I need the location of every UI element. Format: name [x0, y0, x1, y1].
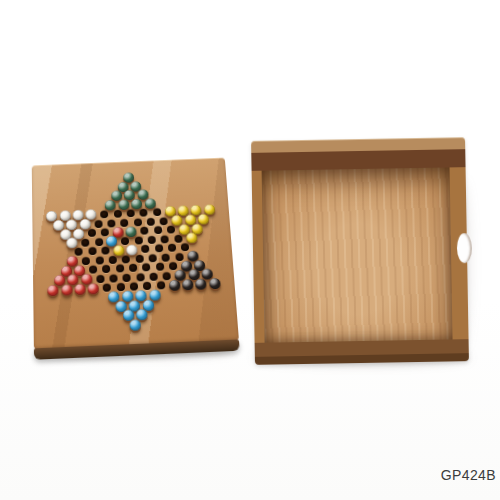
board-hole	[116, 283, 124, 291]
board-cell	[185, 233, 199, 243]
peg-yellow	[198, 214, 210, 225]
peg-white	[79, 219, 90, 230]
board-hole	[143, 282, 151, 290]
box-interior	[262, 167, 453, 342]
peg-black	[195, 278, 207, 289]
board-hole	[95, 256, 103, 264]
board-hole	[140, 209, 148, 217]
board-cell	[87, 284, 101, 294]
board-hole	[155, 245, 163, 253]
board-hole	[181, 243, 189, 251]
board-hole	[141, 227, 149, 235]
board-hole	[88, 229, 96, 237]
board-hole	[109, 256, 117, 264]
board-hole	[174, 235, 182, 243]
peg-blue	[130, 319, 142, 331]
peg-red	[74, 284, 85, 295]
peg-black	[168, 280, 180, 291]
board-hole	[94, 220, 102, 228]
board-hole	[96, 275, 104, 283]
product-code: GP424B	[430, 467, 496, 483]
peg-green	[144, 198, 155, 209]
board-hole	[82, 257, 90, 265]
board-hole	[162, 253, 170, 261]
peg-green	[118, 199, 129, 210]
board-hole	[109, 274, 117, 282]
board-hole	[127, 209, 135, 217]
board-hole	[107, 219, 115, 227]
board-hole	[168, 244, 176, 252]
board-face	[32, 158, 239, 350]
board-hole	[142, 264, 150, 272]
board-hole	[116, 265, 124, 273]
board-hole	[103, 284, 111, 292]
box-finger-notch	[457, 233, 473, 263]
peg-yellow	[186, 232, 198, 243]
board-hole	[102, 265, 110, 273]
board-hole	[101, 228, 109, 236]
peg-yellow	[113, 245, 124, 256]
board-cell	[73, 284, 87, 294]
board-hole	[100, 210, 108, 218]
board-cell	[135, 310, 149, 320]
board-hole	[75, 248, 83, 256]
board-hole	[136, 273, 144, 281]
board-hole	[133, 218, 141, 226]
photo-background: GP424B	[0, 0, 500, 500]
board-hole	[135, 255, 143, 263]
board-hole	[148, 254, 156, 262]
peg-red	[61, 284, 72, 295]
board-hole	[122, 255, 130, 263]
board-grid	[44, 170, 225, 334]
board-hole	[154, 226, 162, 234]
board-cell	[197, 214, 211, 224]
board-hole	[95, 238, 103, 246]
board-hole	[134, 236, 142, 244]
board-hole	[175, 253, 183, 261]
board-hole	[153, 208, 161, 216]
peg-red	[88, 283, 99, 294]
board-hole	[163, 272, 171, 280]
board-cell	[208, 278, 222, 288]
board-hole	[88, 247, 96, 255]
board-hole	[149, 273, 157, 281]
storage-box	[251, 137, 469, 365]
board-hole	[89, 266, 97, 274]
board-hole	[156, 263, 164, 271]
peg-black	[182, 279, 194, 290]
board-cell	[167, 280, 181, 290]
board-hole	[167, 226, 175, 234]
board-hole	[121, 237, 129, 245]
board-cell	[60, 285, 74, 295]
board-hole	[81, 238, 89, 246]
board-cell	[181, 280, 195, 290]
peg-black	[209, 278, 221, 289]
chinese-checkers-board	[32, 158, 240, 360]
board-hole	[148, 236, 156, 244]
peg-red	[47, 285, 58, 296]
board-cell	[46, 285, 60, 295]
board-hole	[141, 245, 149, 253]
board-hole	[169, 262, 177, 270]
board-cell	[194, 279, 208, 289]
board-hole	[147, 218, 155, 226]
board-hole	[160, 217, 168, 225]
board-hole	[123, 274, 131, 282]
board-hole	[161, 235, 169, 243]
board-hole	[102, 247, 110, 255]
board-cell	[129, 320, 143, 330]
board-hole	[129, 264, 137, 272]
board-hole	[113, 210, 121, 218]
board-hole	[120, 219, 128, 227]
board-hole	[157, 282, 165, 290]
board-hole	[130, 283, 138, 291]
